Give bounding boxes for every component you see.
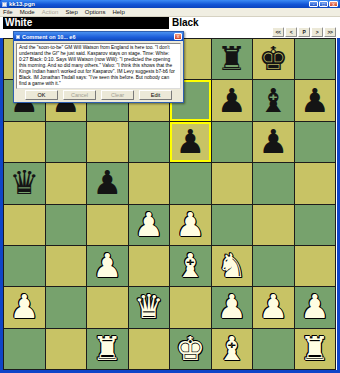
square-h5[interactable] — [295, 163, 336, 203]
piece-black-king: ♚ — [258, 40, 288, 78]
piece-white-pawn: ♟ — [134, 206, 164, 244]
piece-white-knight: ♞ — [217, 247, 247, 285]
square-g4[interactable] — [253, 205, 294, 245]
square-d1[interactable] — [129, 329, 170, 369]
menu-item-mode[interactable]: Mode — [20, 9, 35, 15]
square-c2[interactable] — [87, 287, 128, 327]
square-e5[interactable] — [170, 163, 211, 203]
navigation-buttons: << < P > >> — [271, 27, 336, 37]
comment-text-area[interactable]: And the "soon-to-be" GM Will Watson from… — [16, 43, 181, 89]
square-a6[interactable] — [4, 122, 45, 162]
winboard-window: ♘ kk13.pgn - □ x File Mode Action Step O… — [0, 0, 340, 373]
square-d2[interactable]: ♛ — [129, 287, 170, 327]
menu-item-step[interactable]: Step — [65, 9, 77, 15]
comment-dialog-title-bar[interactable]: Comment on 10... e6 x — [14, 32, 183, 41]
minimize-button[interactable]: - — [309, 1, 318, 7]
app-icon: ♘ — [2, 2, 7, 7]
square-c6[interactable] — [87, 122, 128, 162]
title-bar[interactable]: ♘ kk13.pgn - □ x — [0, 0, 340, 8]
piece-white-bishop: ♝ — [217, 330, 247, 368]
white-clock-label: White — [3, 17, 169, 29]
square-g5[interactable] — [253, 163, 294, 203]
square-b2[interactable] — [46, 287, 87, 327]
menu-item-help[interactable]: Help — [112, 9, 124, 15]
comment-dialog-icon — [16, 35, 20, 39]
rewind-to-start-button[interactable]: << — [272, 27, 284, 37]
black-clock-label: Black — [172, 17, 199, 29]
menu-item-options[interactable]: Options — [85, 9, 106, 15]
menu-item-file[interactable]: File — [3, 9, 13, 15]
square-h3[interactable] — [295, 246, 336, 286]
square-g3[interactable] — [253, 246, 294, 286]
square-f6[interactable] — [212, 122, 253, 162]
piece-white-pawn: ♟ — [217, 288, 247, 326]
square-f3[interactable]: ♞ — [212, 246, 253, 286]
piece-white-rook: ♜ — [92, 330, 122, 368]
pause-button[interactable]: P — [298, 27, 310, 37]
square-c5[interactable]: ♟ — [87, 163, 128, 203]
square-f5[interactable] — [212, 163, 253, 203]
square-b4[interactable] — [46, 205, 87, 245]
piece-white-king: ♚ — [175, 330, 205, 368]
square-f1[interactable]: ♝ — [212, 329, 253, 369]
piece-white-queen: ♛ — [134, 288, 164, 326]
square-h6[interactable] — [295, 122, 336, 162]
square-g7[interactable]: ♝ — [253, 80, 294, 120]
piece-white-pawn: ♟ — [258, 288, 288, 326]
square-e3[interactable]: ♝ — [170, 246, 211, 286]
window-title: kk13.pgn — [9, 1, 308, 7]
piece-white-pawn: ♟ — [9, 288, 39, 326]
square-f8[interactable]: ♜ — [212, 39, 253, 79]
square-b1[interactable] — [46, 329, 87, 369]
square-h4[interactable] — [295, 205, 336, 245]
square-f4[interactable] — [212, 205, 253, 245]
forward-to-end-button[interactable]: >> — [324, 27, 336, 37]
piece-black-pawn: ♟ — [92, 164, 122, 202]
piece-white-pawn: ♟ — [92, 247, 122, 285]
piece-white-pawn: ♟ — [300, 288, 330, 326]
square-e6[interactable]: ♟ — [170, 122, 211, 162]
menu-item-action: Action — [42, 9, 59, 15]
square-c4[interactable] — [87, 205, 128, 245]
piece-black-pawn: ♟ — [175, 123, 205, 161]
ok-button[interactable]: OK — [25, 90, 58, 100]
square-a2[interactable]: ♟ — [4, 287, 45, 327]
comment-dialog-buttons: OK Cancel Clear Edit — [14, 90, 183, 100]
square-d6[interactable] — [129, 122, 170, 162]
square-e1[interactable]: ♚ — [170, 329, 211, 369]
comment-dialog-close-icon[interactable]: x — [174, 33, 182, 40]
step-forward-button[interactable]: > — [311, 27, 323, 37]
comment-dialog-title: Comment on 10... e6 — [22, 34, 174, 40]
cancel-button: Cancel — [63, 90, 96, 100]
square-d3[interactable] — [129, 246, 170, 286]
piece-black-pawn: ♟ — [300, 82, 330, 120]
comment-dialog[interactable]: Comment on 10... e6 x And the "soon-to-b… — [13, 31, 184, 103]
piece-white-rook: ♜ — [300, 330, 330, 368]
square-b6[interactable] — [46, 122, 87, 162]
piece-white-pawn: ♟ — [175, 206, 205, 244]
piece-black-pawn: ♟ — [258, 123, 288, 161]
piece-black-queen: ♛ — [9, 164, 39, 202]
square-b3[interactable] — [46, 246, 87, 286]
square-a4[interactable] — [4, 205, 45, 245]
square-g6[interactable]: ♟ — [253, 122, 294, 162]
square-a3[interactable] — [4, 246, 45, 286]
square-a5[interactable]: ♛ — [4, 163, 45, 203]
square-c3[interactable]: ♟ — [87, 246, 128, 286]
square-h2[interactable]: ♟ — [295, 287, 336, 327]
square-b5[interactable] — [46, 163, 87, 203]
close-button[interactable]: x — [329, 1, 338, 7]
square-a1[interactable] — [4, 329, 45, 369]
square-f2[interactable]: ♟ — [212, 287, 253, 327]
step-back-button[interactable]: < — [285, 27, 297, 37]
piece-white-bishop: ♝ — [175, 247, 205, 285]
square-e2[interactable] — [170, 287, 211, 327]
menu-bar: File Mode Action Step Options Help — [0, 8, 340, 17]
square-d4[interactable]: ♟ — [129, 205, 170, 245]
square-f7[interactable]: ♟ — [212, 80, 253, 120]
piece-black-pawn: ♟ — [217, 82, 247, 120]
square-h7[interactable]: ♟ — [295, 80, 336, 120]
clear-button: Clear — [101, 90, 134, 100]
square-c1[interactable]: ♜ — [87, 329, 128, 369]
piece-black-rook: ♜ — [217, 40, 247, 78]
square-h8[interactable] — [295, 39, 336, 79]
edit-button[interactable]: Edit — [139, 90, 172, 100]
square-d5[interactable] — [129, 163, 170, 203]
square-g8[interactable]: ♚ — [253, 39, 294, 79]
piece-black-bishop: ♝ — [258, 82, 288, 120]
square-g2[interactable]: ♟ — [253, 287, 294, 327]
maximize-button[interactable]: □ — [319, 1, 328, 7]
square-g1[interactable] — [253, 329, 294, 369]
square-h1[interactable]: ♜ — [295, 329, 336, 369]
square-e4[interactable]: ♟ — [170, 205, 211, 245]
